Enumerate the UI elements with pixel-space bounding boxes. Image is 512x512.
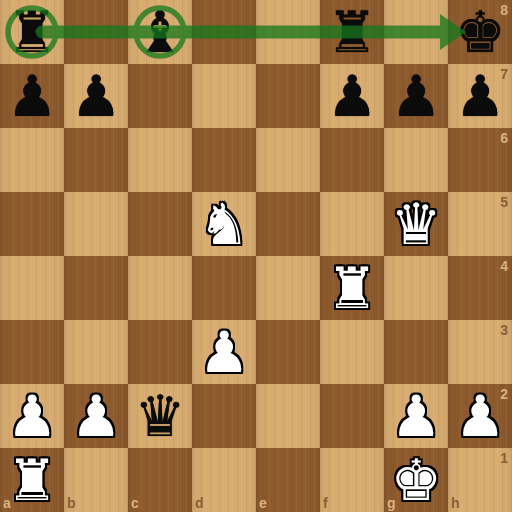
black-pawn[interactable]: ♟ xyxy=(6,64,57,128)
square-h4[interactable]: 4 xyxy=(448,256,512,320)
square-d5[interactable]: ♞ xyxy=(192,192,256,256)
square-g6[interactable] xyxy=(384,128,448,192)
white-pawn[interactable]: ♟ xyxy=(198,320,249,384)
square-c1[interactable]: c xyxy=(128,448,192,512)
file-label-c: c xyxy=(131,495,139,511)
square-d4[interactable] xyxy=(192,256,256,320)
white-pawn[interactable]: ♟ xyxy=(70,384,121,448)
chess-board: ♜♝♜8♚♟♟♟♟7♟6♞♛5♜4♟3♟♟♛♟2♟a♜bcdefg♚1h xyxy=(0,0,512,512)
square-g8[interactable] xyxy=(384,0,448,64)
square-g2[interactable]: ♟ xyxy=(384,384,448,448)
rank-label-3: 3 xyxy=(500,322,508,338)
white-rook[interactable]: ♜ xyxy=(326,256,377,320)
rank-label-5: 5 xyxy=(500,194,508,210)
square-d3[interactable]: ♟ xyxy=(192,320,256,384)
square-c7[interactable] xyxy=(128,64,192,128)
square-h7[interactable]: 7♟ xyxy=(448,64,512,128)
square-b6[interactable] xyxy=(64,128,128,192)
square-e6[interactable] xyxy=(256,128,320,192)
rank-label-6: 6 xyxy=(500,130,508,146)
square-c2[interactable]: ♛ xyxy=(128,384,192,448)
white-king[interactable]: ♚ xyxy=(390,448,441,512)
rank-label-1: 1 xyxy=(500,450,508,466)
square-f3[interactable] xyxy=(320,320,384,384)
square-d2[interactable] xyxy=(192,384,256,448)
square-h5[interactable]: 5 xyxy=(448,192,512,256)
square-b3[interactable] xyxy=(64,320,128,384)
chess-board-wrapper: ♜♝♜8♚♟♟♟♟7♟6♞♛5♜4♟3♟♟♛♟2♟a♜bcdefg♚1h xyxy=(0,0,512,512)
square-g7[interactable]: ♟ xyxy=(384,64,448,128)
square-b8[interactable] xyxy=(64,0,128,64)
square-g4[interactable] xyxy=(384,256,448,320)
square-h3[interactable]: 3 xyxy=(448,320,512,384)
square-h6[interactable]: 6 xyxy=(448,128,512,192)
square-d8[interactable] xyxy=(192,0,256,64)
square-e4[interactable] xyxy=(256,256,320,320)
square-a7[interactable]: ♟ xyxy=(0,64,64,128)
square-e2[interactable] xyxy=(256,384,320,448)
square-g1[interactable]: g♚ xyxy=(384,448,448,512)
square-f5[interactable] xyxy=(320,192,384,256)
white-pawn[interactable]: ♟ xyxy=(390,384,441,448)
square-c8[interactable]: ♝ xyxy=(128,0,192,64)
square-c6[interactable] xyxy=(128,128,192,192)
square-b7[interactable]: ♟ xyxy=(64,64,128,128)
square-c5[interactable] xyxy=(128,192,192,256)
rank-label-4: 4 xyxy=(500,258,508,274)
square-h1[interactable]: 1h xyxy=(448,448,512,512)
square-f1[interactable]: f xyxy=(320,448,384,512)
square-d1[interactable]: d xyxy=(192,448,256,512)
square-g3[interactable] xyxy=(384,320,448,384)
square-d6[interactable] xyxy=(192,128,256,192)
square-f7[interactable]: ♟ xyxy=(320,64,384,128)
white-queen[interactable]: ♛ xyxy=(390,192,441,256)
file-label-h: h xyxy=(451,495,460,511)
square-b4[interactable] xyxy=(64,256,128,320)
black-rook[interactable]: ♜ xyxy=(326,0,377,64)
square-b2[interactable]: ♟ xyxy=(64,384,128,448)
black-queen[interactable]: ♛ xyxy=(134,384,185,448)
black-rook[interactable]: ♜ xyxy=(6,0,57,64)
square-a2[interactable]: ♟ xyxy=(0,384,64,448)
file-label-b: b xyxy=(67,495,76,511)
square-b1[interactable]: b xyxy=(64,448,128,512)
square-f4[interactable]: ♜ xyxy=(320,256,384,320)
square-e8[interactable] xyxy=(256,0,320,64)
square-a6[interactable] xyxy=(0,128,64,192)
white-pawn[interactable]: ♟ xyxy=(6,384,57,448)
square-a1[interactable]: a♜ xyxy=(0,448,64,512)
square-d7[interactable] xyxy=(192,64,256,128)
black-pawn[interactable]: ♟ xyxy=(326,64,377,128)
square-h2[interactable]: 2♟ xyxy=(448,384,512,448)
white-pawn[interactable]: ♟ xyxy=(454,384,505,448)
square-e3[interactable] xyxy=(256,320,320,384)
file-label-d: d xyxy=(195,495,204,511)
square-c3[interactable] xyxy=(128,320,192,384)
square-b5[interactable] xyxy=(64,192,128,256)
square-g5[interactable]: ♛ xyxy=(384,192,448,256)
square-h8[interactable]: 8♚ xyxy=(448,0,512,64)
square-a8[interactable]: ♜ xyxy=(0,0,64,64)
square-e7[interactable] xyxy=(256,64,320,128)
square-e5[interactable] xyxy=(256,192,320,256)
black-bishop[interactable]: ♝ xyxy=(134,0,185,64)
black-king[interactable]: ♚ xyxy=(454,0,505,64)
white-knight[interactable]: ♞ xyxy=(198,192,249,256)
square-e1[interactable]: e xyxy=(256,448,320,512)
square-a5[interactable] xyxy=(0,192,64,256)
square-f6[interactable] xyxy=(320,128,384,192)
square-f2[interactable] xyxy=(320,384,384,448)
black-pawn[interactable]: ♟ xyxy=(70,64,121,128)
square-a3[interactable] xyxy=(0,320,64,384)
black-pawn[interactable]: ♟ xyxy=(454,64,505,128)
black-pawn[interactable]: ♟ xyxy=(390,64,441,128)
file-label-f: f xyxy=(323,495,328,511)
square-c4[interactable] xyxy=(128,256,192,320)
white-rook[interactable]: ♜ xyxy=(6,448,57,512)
file-label-e: e xyxy=(259,495,267,511)
square-a4[interactable] xyxy=(0,256,64,320)
square-f8[interactable]: ♜ xyxy=(320,0,384,64)
